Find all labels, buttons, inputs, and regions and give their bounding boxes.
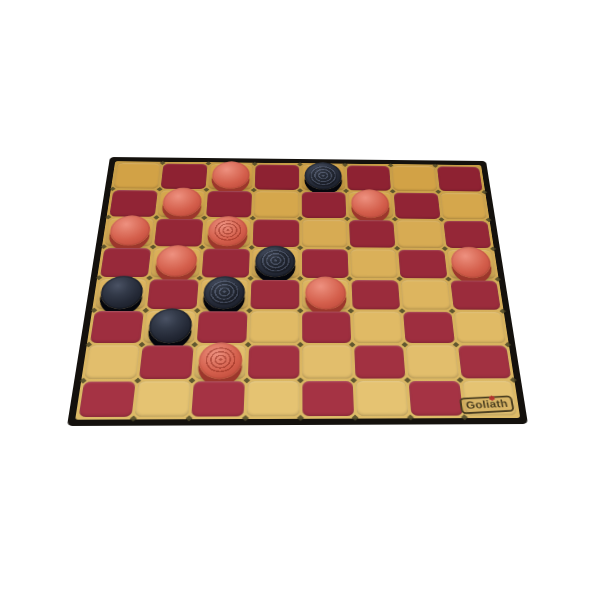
square-r8c1-red[interactable] bbox=[79, 382, 136, 417]
square-r5c5-gold[interactable] bbox=[302, 280, 350, 310]
flower-icon: ✽ bbox=[488, 395, 496, 402]
square-r7c7-gold[interactable] bbox=[406, 346, 459, 379]
square-r1c5-gold[interactable] bbox=[301, 165, 345, 190]
square-r7c1-gold[interactable] bbox=[84, 346, 140, 380]
checker-black[interactable] bbox=[255, 246, 296, 278]
square-r3c5-gold[interactable] bbox=[301, 220, 347, 247]
square-r7c5-gold[interactable] bbox=[302, 346, 353, 379]
checker-black[interactable] bbox=[99, 276, 145, 309]
square-r2c8-gold[interactable] bbox=[440, 193, 487, 219]
square-r5c7-gold[interactable] bbox=[401, 280, 451, 310]
square-r5c6-red[interactable] bbox=[351, 280, 400, 310]
square-r1c8-red[interactable] bbox=[437, 166, 483, 191]
checker-black[interactable] bbox=[202, 276, 245, 309]
swirl-emblem-icon bbox=[309, 166, 337, 186]
square-r4c6-gold[interactable] bbox=[350, 249, 398, 278]
checker-red[interactable] bbox=[211, 161, 250, 189]
square-r3c1-gold[interactable] bbox=[105, 218, 155, 246]
square-r1c1-gold[interactable] bbox=[114, 163, 162, 188]
goliath-logo: ✽Goliath bbox=[459, 395, 515, 414]
square-r8c6-gold[interactable] bbox=[355, 381, 408, 416]
square-r3c4-red[interactable] bbox=[253, 219, 299, 247]
square-r8c7-red[interactable] bbox=[409, 381, 463, 416]
square-r8c8-gold[interactable]: ✽Goliath bbox=[462, 381, 517, 416]
square-r5c1-gold[interactable] bbox=[95, 279, 148, 309]
square-r4c2-gold[interactable] bbox=[151, 248, 201, 277]
square-r4c4-gold[interactable] bbox=[252, 249, 299, 278]
square-r7c3-gold[interactable] bbox=[194, 346, 247, 379]
checker-red[interactable] bbox=[449, 247, 492, 278]
square-r3c2-red[interactable] bbox=[154, 219, 203, 247]
square-r6c7-red[interactable] bbox=[403, 312, 454, 343]
square-r6c8-gold[interactable] bbox=[454, 312, 506, 343]
square-r4c7-red[interactable] bbox=[398, 249, 447, 278]
square-r3c6-red[interactable] bbox=[349, 220, 396, 247]
checkers-board: ✽Goliath bbox=[67, 157, 528, 426]
goliath-logo-text: Goliath bbox=[465, 397, 509, 411]
square-r1c4-red[interactable] bbox=[255, 164, 299, 189]
square-r2c4-gold[interactable] bbox=[254, 191, 299, 217]
square-r6c1-red[interactable] bbox=[90, 311, 144, 343]
board-squares: ✽Goliath bbox=[79, 163, 517, 417]
square-r2c1-red[interactable] bbox=[109, 190, 158, 217]
square-r3c3-gold[interactable] bbox=[204, 219, 251, 247]
square-r1c3-gold[interactable] bbox=[208, 164, 253, 189]
square-r1c7-gold[interactable] bbox=[392, 166, 437, 191]
square-r2c2-gold[interactable] bbox=[158, 190, 206, 217]
square-r8c5-red[interactable] bbox=[302, 381, 354, 416]
checker-red[interactable] bbox=[207, 216, 248, 246]
checker-red[interactable] bbox=[161, 188, 202, 217]
square-r7c8-red[interactable] bbox=[458, 346, 512, 379]
square-r8c4-gold[interactable] bbox=[247, 381, 299, 416]
square-r2c6-gold[interactable] bbox=[348, 192, 394, 218]
square-r6c5-red[interactable] bbox=[302, 312, 351, 343]
square-r8c2-gold[interactable] bbox=[135, 381, 191, 416]
square-r6c2-gold[interactable] bbox=[143, 311, 196, 343]
swirl-emblem-icon bbox=[260, 250, 290, 273]
square-r5c3-gold[interactable] bbox=[199, 279, 249, 309]
swirl-emblem-icon bbox=[212, 220, 242, 242]
square-r1c6-red[interactable] bbox=[347, 165, 392, 190]
checker-red[interactable] bbox=[305, 276, 347, 309]
square-r2c7-red[interactable] bbox=[394, 192, 440, 218]
product-photo: ✽Goliath bbox=[0, 0, 600, 600]
checker-red[interactable] bbox=[108, 215, 152, 245]
square-r7c4-red[interactable] bbox=[248, 346, 299, 379]
checker-black[interactable] bbox=[147, 308, 193, 343]
square-r2c3-red[interactable] bbox=[206, 191, 252, 217]
square-r5c2-red[interactable] bbox=[147, 279, 198, 309]
checker-black[interactable] bbox=[304, 162, 342, 190]
checker-red[interactable] bbox=[197, 342, 243, 379]
square-r5c4-red[interactable] bbox=[250, 279, 298, 309]
square-r6c3-red[interactable] bbox=[196, 312, 247, 344]
square-r5c8-red[interactable] bbox=[450, 280, 501, 310]
square-r6c6-gold[interactable] bbox=[353, 312, 403, 343]
square-r3c7-gold[interactable] bbox=[396, 220, 444, 247]
square-r7c2-red[interactable] bbox=[139, 346, 193, 379]
square-r4c3-red[interactable] bbox=[201, 248, 250, 277]
square-r7c6-red[interactable] bbox=[354, 346, 406, 379]
checker-red[interactable] bbox=[154, 245, 198, 277]
square-r3c8-red[interactable] bbox=[443, 221, 491, 248]
swirl-emblem-icon bbox=[203, 347, 237, 374]
square-r2c5-red[interactable] bbox=[301, 192, 346, 218]
square-r1c2-red[interactable] bbox=[161, 164, 207, 189]
square-r8c3-red[interactable] bbox=[191, 381, 245, 416]
swirl-emblem-icon bbox=[208, 280, 240, 305]
square-r4c8-gold[interactable] bbox=[446, 250, 496, 279]
checker-red[interactable] bbox=[351, 189, 391, 218]
square-r4c1-red[interactable] bbox=[100, 248, 151, 277]
square-r6c4-gold[interactable] bbox=[249, 312, 299, 344]
square-r4c5-red[interactable] bbox=[301, 249, 348, 278]
